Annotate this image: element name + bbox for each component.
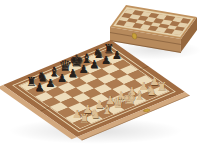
piece-white-knight[interactable]: ♞: [144, 84, 156, 97]
piece-white-rook[interactable]: ♜: [78, 113, 90, 125]
piece-white-bishop[interactable]: ♝: [100, 103, 112, 116]
board-brass-clasp: [142, 108, 150, 112]
piece-white-knight[interactable]: ♞: [89, 107, 101, 120]
piece-white-rook[interactable]: ♜: [155, 81, 167, 93]
piece-white-queen[interactable]: ♛: [111, 96, 123, 111]
chess-set-photo: ♜♞♝♛♚♝♞♜♟♟♟♟♟♟♟♟♟♟♟♟♟♟♟♟♜♞♝♛♚♝♞♜: [0, 0, 200, 150]
box-square: [172, 30, 183, 35]
folded-box-brass-clasp: [132, 33, 137, 40]
